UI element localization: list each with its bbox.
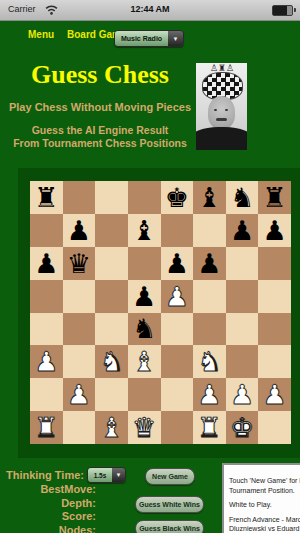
thinking-time-value: 1.5s: [88, 468, 112, 482]
battery-tip: [294, 8, 296, 12]
square-a2: [30, 378, 63, 411]
square-c7: [95, 214, 128, 247]
shoulders: [196, 127, 247, 150]
promo-photo: ♙♜♙: [196, 63, 247, 150]
chevron-down-icon: ▼: [112, 468, 125, 482]
black-pawn: ♟: [197, 250, 221, 277]
face: [208, 96, 235, 129]
black-knight: ♞: [132, 315, 156, 342]
square-f4: [193, 313, 226, 346]
square-a4: [30, 313, 63, 346]
mustache: [216, 118, 227, 121]
white-queen: ♛: [132, 414, 156, 441]
square-b2: ♟: [63, 378, 96, 411]
stat-label: Nodes:: [0, 524, 96, 533]
square-f3: ♞: [193, 345, 226, 378]
square-d7: ♝: [128, 214, 161, 247]
info-line: French Advance - Marcin: [229, 515, 300, 525]
square-b1: [63, 411, 96, 444]
thinking-time-label: Thinking Time:: [0, 469, 84, 481]
white-pawn: ♟: [197, 381, 221, 408]
status-clock: 12:44 AM: [0, 4, 300, 14]
square-g7: ♟: [226, 214, 259, 247]
square-g2: ♟: [226, 378, 259, 411]
stat-label: Depth:: [0, 497, 96, 511]
menu-button[interactable]: Menu: [28, 29, 54, 40]
tagline: Play Chess Without Moving Pieces: [0, 101, 200, 113]
square-g4: [226, 313, 259, 346]
square-f2: ♟: [193, 378, 226, 411]
square-a3: ♟: [30, 345, 63, 378]
square-c6: [95, 247, 128, 280]
stats-labels: BestMove:Depth:Score:Nodes:: [0, 483, 96, 533]
square-d1: ♛: [128, 411, 161, 444]
status-bar: Carrier 12:44 AM: [0, 0, 300, 21]
black-pawn: ♟: [263, 217, 287, 244]
square-c4: [95, 313, 128, 346]
square-b7: ♟: [63, 214, 96, 247]
square-e6: ♟: [161, 247, 194, 280]
guess-white-wins-button[interactable]: Guess White Wins: [135, 496, 204, 513]
page-title: Guess Chess: [0, 60, 200, 90]
square-h3: [258, 345, 291, 378]
black-pawn: ♟: [67, 217, 91, 244]
square-b8: [63, 181, 96, 214]
white-pawn: ♟: [34, 348, 58, 375]
black-pawn: ♟: [132, 283, 156, 310]
subtitle-line-2: From Tournament Chess Positions: [0, 137, 200, 149]
thinking-time-select[interactable]: 1.5s ▼: [87, 467, 126, 483]
black-queen: ♛: [67, 250, 91, 277]
white-pawn: ♟: [263, 381, 287, 408]
square-f6: ♟: [193, 247, 226, 280]
square-g1: ♚: [226, 411, 259, 444]
music-radio-value: Music Radio: [115, 31, 168, 46]
square-a5: [30, 280, 63, 313]
square-g3: [226, 345, 259, 378]
square-h6: [258, 247, 291, 280]
info-line: Touch 'New Game' for Random: [229, 476, 300, 486]
square-h4: [258, 313, 291, 346]
info-line: Tournament Position.: [229, 486, 300, 496]
guess-black-wins-button[interactable]: Guess Black Wins: [135, 520, 204, 533]
square-d5: ♟: [128, 280, 161, 313]
white-king: ♚: [230, 414, 254, 441]
eye: [214, 109, 217, 111]
info-line: White to Play.: [229, 500, 300, 510]
subtitle-line-1: Guess the AI Engine Result: [0, 124, 200, 136]
square-e8: ♚: [161, 181, 194, 214]
square-a1: ♜: [30, 411, 63, 444]
app-screen: Carrier 12:44 AM Menu Board Games Music …: [0, 0, 300, 533]
info-panel-text: Touch 'New Game' for RandomTournament Po…: [229, 476, 300, 533]
square-b6: ♛: [63, 247, 96, 280]
black-pawn: ♟: [34, 250, 58, 277]
black-bishop: ♝: [132, 217, 156, 244]
square-d4: ♞: [128, 313, 161, 346]
music-radio-select[interactable]: Music Radio ▼: [114, 30, 184, 47]
square-c3: ♞: [95, 345, 128, 378]
square-a8: ♜: [30, 181, 63, 214]
square-b3: [63, 345, 96, 378]
eye: [225, 109, 228, 111]
black-pawn: ♟: [165, 250, 189, 277]
square-g5: [226, 280, 259, 313]
square-f5: [193, 280, 226, 313]
square-f8: ♝: [193, 181, 226, 214]
square-h2: ♟: [258, 378, 291, 411]
stat-label: BestMove:: [0, 483, 96, 497]
square-h1: [258, 411, 291, 444]
white-bishop: ♝: [132, 348, 156, 375]
square-g6: [226, 247, 259, 280]
white-pawn: ♟: [67, 381, 91, 408]
square-d3: ♝: [128, 345, 161, 378]
black-rook: ♜: [263, 184, 287, 211]
white-knight: ♞: [99, 348, 123, 375]
stat-label: Score:: [0, 510, 96, 524]
square-c8: [95, 181, 128, 214]
square-h8: ♜: [258, 181, 291, 214]
square-e4: [161, 313, 194, 346]
white-rook: ♜: [34, 414, 58, 441]
square-e7: [161, 214, 194, 247]
square-e2: [161, 378, 194, 411]
white-pawn: ♟: [165, 283, 189, 310]
square-d8: [128, 181, 161, 214]
black-knight: ♞: [230, 184, 254, 211]
white-rook: ♜: [197, 414, 221, 441]
black-bishop: ♝: [197, 184, 221, 211]
square-c5: [95, 280, 128, 313]
square-e1: [161, 411, 194, 444]
black-pawn: ♟: [230, 217, 254, 244]
square-b5: [63, 280, 96, 313]
square-f1: ♜: [193, 411, 226, 444]
square-d6: [128, 247, 161, 280]
square-h5: [258, 280, 291, 313]
chess-board: ♜♚♝♞♜♟♝♟♟♟♛♟♟♟♟♞♟♞♝♞♟♟♟♟♜♝♛♜♚: [30, 181, 291, 444]
square-e3: [161, 345, 194, 378]
square-f7: [193, 214, 226, 247]
chevron-down-icon: ▼: [168, 31, 183, 46]
info-line: Dluzniewski vs Eduard Yepes: [229, 524, 300, 533]
square-c1: ♝: [95, 411, 128, 444]
square-a6: ♟: [30, 247, 63, 280]
square-h7: ♟: [258, 214, 291, 247]
info-panel: Touch 'New Game' for RandomTournament Po…: [222, 463, 300, 533]
black-king: ♚: [165, 184, 189, 211]
white-bishop: ♝: [99, 414, 123, 441]
white-knight: ♞: [197, 348, 221, 375]
square-e5: ♟: [161, 280, 194, 313]
square-g8: ♞: [226, 181, 259, 214]
new-game-button[interactable]: New Game: [145, 468, 195, 485]
white-pawn: ♟: [230, 381, 254, 408]
square-a7: [30, 214, 63, 247]
square-d2: [128, 378, 161, 411]
square-b4: [63, 313, 96, 346]
black-rook: ♜: [34, 184, 58, 211]
square-c2: [95, 378, 128, 411]
battery-icon: [272, 5, 293, 16]
